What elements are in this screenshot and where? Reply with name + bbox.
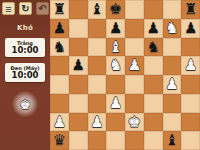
undo-icon: ↶: [38, 4, 46, 14]
square-d5[interactable]: ♞: [106, 56, 125, 75]
square-d6[interactable]: ♝: [106, 38, 125, 57]
white-clock-card: Trắng 10:00: [5, 38, 45, 57]
square-c6[interactable]: [88, 38, 107, 57]
piece-black-pawn[interactable]: ♟: [146, 19, 159, 38]
square-b4[interactable]: [69, 75, 88, 94]
square-c4[interactable]: [88, 75, 107, 94]
square-a6[interactable]: ♞: [50, 38, 69, 57]
square-f6[interactable]: ♞: [144, 38, 163, 57]
square-g2[interactable]: [163, 113, 182, 132]
piece-black-knight[interactable]: ♞: [53, 38, 66, 57]
piece-black-bishop[interactable]: ♝: [90, 0, 103, 19]
black-clock-time: 10:00: [5, 71, 45, 80]
square-g3[interactable]: [163, 94, 182, 113]
square-a2[interactable]: ♟: [50, 113, 69, 132]
piece-white-knight[interactable]: ♞: [109, 56, 122, 75]
square-b7[interactable]: [69, 19, 88, 38]
square-g8[interactable]: [163, 0, 182, 19]
square-e4[interactable]: [125, 75, 144, 94]
piece-black-pawn[interactable]: ♟: [71, 56, 84, 75]
square-h8[interactable]: ♜: [181, 0, 200, 19]
square-c7[interactable]: [88, 19, 107, 38]
piece-white-pawn[interactable]: ♟: [53, 113, 66, 132]
piece-black-knight[interactable]: ♞: [146, 38, 159, 57]
square-e3[interactable]: [125, 94, 144, 113]
square-b3[interactable]: [69, 94, 88, 113]
square-f8[interactable]: [144, 0, 163, 19]
white-king-turn-icon: ♚: [19, 98, 31, 111]
square-a5[interactable]: [50, 56, 69, 75]
menu-button[interactable]: ≡: [2, 2, 15, 15]
piece-black-queen[interactable]: ♛: [53, 131, 66, 150]
piece-black-king[interactable]: ♚: [109, 0, 122, 19]
square-a3[interactable]: [50, 94, 69, 113]
square-c2[interactable]: ♟: [88, 113, 107, 132]
square-g7[interactable]: ♞: [163, 19, 182, 38]
square-d1[interactable]: [106, 131, 125, 150]
square-a4[interactable]: [50, 75, 69, 94]
piece-white-pawn[interactable]: ♟: [184, 56, 197, 75]
square-f5[interactable]: [144, 56, 163, 75]
square-h2[interactable]: [181, 113, 200, 132]
square-b5[interactable]: ♟: [69, 56, 88, 75]
square-c8[interactable]: ♝: [88, 0, 107, 19]
square-c1[interactable]: [88, 131, 107, 150]
square-d8[interactable]: ♚: [106, 0, 125, 19]
square-h7[interactable]: ♟: [181, 19, 200, 38]
restart-icon: ↻: [21, 4, 29, 14]
square-h4[interactable]: [181, 75, 200, 94]
piece-white-king[interactable]: ♚: [128, 113, 141, 132]
piece-black-rook[interactable]: ♜: [184, 0, 197, 19]
square-h1[interactable]: [181, 131, 200, 150]
square-c5[interactable]: [88, 56, 107, 75]
square-e2[interactable]: ♚: [125, 113, 144, 132]
square-d7[interactable]: ♟: [106, 19, 125, 38]
piece-black-rook[interactable]: ♜: [53, 0, 66, 19]
turn-glow: ♚: [12, 91, 38, 117]
square-e8[interactable]: [125, 0, 144, 19]
square-h5[interactable]: ♟: [181, 56, 200, 75]
piece-white-pawn[interactable]: ♟: [128, 56, 141, 75]
hamburger-menu-icon: ≡: [5, 4, 11, 14]
square-f4[interactable]: [144, 75, 163, 94]
square-a1[interactable]: ♛: [50, 131, 69, 150]
difficulty-label: Khó: [0, 24, 50, 32]
square-e6[interactable]: [125, 38, 144, 57]
undo-button[interactable]: ↶: [36, 2, 49, 15]
piece-black-pawn[interactable]: ♟: [109, 19, 122, 38]
black-clock-card: Đen (Máy) 10:00: [5, 63, 45, 82]
square-e1[interactable]: [125, 131, 144, 150]
square-a7[interactable]: ♟: [50, 19, 69, 38]
piece-black-pawn[interactable]: ♟: [184, 19, 197, 38]
piece-white-bishop[interactable]: ♝: [109, 38, 122, 57]
square-f3[interactable]: [144, 94, 163, 113]
square-a8[interactable]: ♜: [50, 0, 69, 19]
piece-white-pawn[interactable]: ♟: [109, 94, 122, 113]
chess-app-window: ≡ ↻ ↶ Khó Trắng 10:00 Đen (Máy) 10:00 ♚ …: [0, 0, 200, 150]
square-g5[interactable]: [163, 56, 182, 75]
chess-board: ♜♝♚♜♟♟♟♞♟♞♝♞♟♞♟♟♟♟♟♟♚♛♝: [50, 0, 200, 150]
square-h3[interactable]: [181, 94, 200, 113]
toolbar: ≡ ↻ ↶: [2, 2, 49, 15]
turn-indicator: ♚: [0, 90, 50, 118]
piece-white-knight[interactable]: ♞: [165, 19, 178, 38]
square-d2[interactable]: [106, 113, 125, 132]
white-clock-time: 10:00: [5, 46, 45, 55]
piece-white-pawn[interactable]: ♟: [90, 113, 103, 132]
square-c3[interactable]: [88, 94, 107, 113]
square-b8[interactable]: [69, 0, 88, 19]
square-g6[interactable]: [163, 38, 182, 57]
square-d4[interactable]: [106, 75, 125, 94]
square-f1[interactable]: [144, 131, 163, 150]
square-f7[interactable]: ♟: [144, 19, 163, 38]
square-e5[interactable]: ♟: [125, 56, 144, 75]
piece-black-bishop[interactable]: ♝: [165, 131, 178, 150]
square-b6[interactable]: [69, 38, 88, 57]
piece-white-pawn[interactable]: ♟: [165, 75, 178, 94]
square-f2[interactable]: [144, 113, 163, 132]
square-g1[interactable]: ♝: [163, 131, 182, 150]
square-e7[interactable]: [125, 19, 144, 38]
restart-button[interactable]: ↻: [19, 2, 32, 15]
square-g4[interactable]: ♟: [163, 75, 182, 94]
square-b1[interactable]: [69, 131, 88, 150]
piece-black-pawn[interactable]: ♟: [53, 19, 66, 38]
square-h6[interactable]: [181, 38, 200, 57]
square-d3[interactable]: ♟: [106, 94, 125, 113]
sidebar: ≡ ↻ ↶ Khó Trắng 10:00 Đen (Máy) 10:00 ♚: [0, 0, 50, 150]
square-b2[interactable]: [69, 113, 88, 132]
